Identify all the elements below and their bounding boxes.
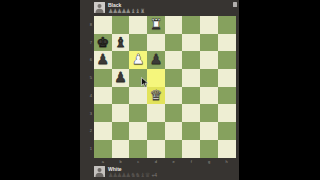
material-advantage: +4	[151, 172, 157, 178]
file-label-f: f	[183, 160, 201, 164]
rank-label-7: 7	[82, 41, 92, 45]
file-label-c: c	[129, 160, 147, 164]
square-d1[interactable]	[147, 140, 165, 158]
square-h7[interactable]	[218, 34, 236, 52]
square-d2[interactable]	[147, 122, 165, 140]
square-g6[interactable]	[200, 51, 218, 69]
piece-black-pawn[interactable]: ♟	[150, 51, 163, 69]
square-d4[interactable]: ♛	[147, 87, 165, 105]
square-d5[interactable]	[147, 69, 165, 87]
square-h2[interactable]	[218, 122, 236, 140]
square-h8[interactable]	[218, 16, 236, 34]
rank-label-5: 5	[82, 76, 92, 80]
square-g5[interactable]	[200, 69, 218, 87]
square-b7[interactable]: ♝	[112, 34, 130, 52]
rank-label-4: 4	[82, 94, 92, 98]
piece-black-pawn[interactable]: ♟	[114, 69, 127, 87]
square-e6[interactable]	[165, 51, 183, 69]
left-letterbox-bar	[0, 0, 80, 180]
square-b5[interactable]: ♟	[112, 69, 130, 87]
square-c3[interactable]	[129, 104, 147, 122]
square-b2[interactable]	[112, 122, 130, 140]
white-player-avatar[interactable]	[94, 166, 105, 177]
square-b8[interactable]	[112, 16, 130, 34]
square-h3[interactable]	[218, 104, 236, 122]
square-e5[interactable]	[165, 69, 183, 87]
square-f2[interactable]	[182, 122, 200, 140]
rank-label-3: 3	[82, 112, 92, 116]
square-f3[interactable]	[182, 104, 200, 122]
square-g7[interactable]	[200, 34, 218, 52]
rank-label-2: 2	[82, 129, 92, 133]
file-label-e: e	[165, 160, 183, 164]
square-e3[interactable]	[165, 104, 183, 122]
square-e7[interactable]	[165, 34, 183, 52]
square-h5[interactable]	[218, 69, 236, 87]
square-a7[interactable]: ♚	[94, 34, 112, 52]
black-captured-pieces: ♟♟♟♟♟ ♝♝ ♜	[108, 8, 144, 14]
piece-black-pawn[interactable]: ♟	[97, 51, 110, 69]
square-a4[interactable]	[94, 87, 112, 105]
square-a8[interactable]	[94, 16, 112, 34]
piece-black-bishop[interactable]: ♝	[114, 34, 127, 52]
piece-white-queen[interactable]: ♛	[150, 87, 163, 105]
file-label-b: b	[112, 160, 130, 164]
file-label-a: a	[94, 160, 112, 164]
video-frame: Black ♟♟♟♟♟ ♝♝ ♜ 87654321 ♜♚♝♟♟♟♟♛ abcde…	[0, 0, 320, 180]
chess-board[interactable]: ♜♚♝♟♟♟♟♛	[94, 16, 236, 158]
white-captured-pieces: ♟♟♟♟♟ ♞♞ ♝ ♛+4	[108, 172, 157, 178]
square-f5[interactable]	[182, 69, 200, 87]
square-g1[interactable]	[200, 140, 218, 158]
chess-app-content: Black ♟♟♟♟♟ ♝♝ ♜ 87654321 ♜♚♝♟♟♟♟♛ abcde…	[80, 0, 239, 180]
square-d7[interactable]	[147, 34, 165, 52]
square-e2[interactable]	[165, 122, 183, 140]
rank-label-6: 6	[82, 58, 92, 62]
square-h1[interactable]	[218, 140, 236, 158]
square-e4[interactable]	[165, 87, 183, 105]
mouse-cursor-icon	[141, 77, 149, 88]
square-d3[interactable]	[147, 104, 165, 122]
square-f1[interactable]	[182, 140, 200, 158]
square-f8[interactable]	[182, 16, 200, 34]
square-a3[interactable]	[94, 104, 112, 122]
square-b4[interactable]	[112, 87, 130, 105]
square-a1[interactable]	[94, 140, 112, 158]
square-g4[interactable]	[200, 87, 218, 105]
piece-black-king[interactable]: ♚	[97, 34, 110, 52]
square-d6[interactable]: ♟	[147, 51, 165, 69]
corner-icon[interactable]	[233, 2, 237, 7]
square-f6[interactable]	[182, 51, 200, 69]
square-b1[interactable]	[112, 140, 130, 158]
square-c4[interactable]	[129, 87, 147, 105]
piece-white-pawn[interactable]: ♟	[132, 51, 145, 69]
file-label-h: h	[218, 160, 236, 164]
square-c8[interactable]	[129, 16, 147, 34]
square-e8[interactable]	[165, 16, 183, 34]
piece-white-rook[interactable]: ♜	[150, 16, 163, 34]
square-a5[interactable]	[94, 69, 112, 87]
square-a2[interactable]	[94, 122, 112, 140]
file-label-d: d	[147, 160, 165, 164]
square-c6[interactable]: ♟	[129, 51, 147, 69]
square-b6[interactable]	[112, 51, 130, 69]
square-c1[interactable]	[129, 140, 147, 158]
square-g3[interactable]	[200, 104, 218, 122]
right-letterbox-bar	[239, 0, 320, 180]
black-player-avatar[interactable]	[94, 2, 105, 13]
square-d8[interactable]: ♜	[147, 16, 165, 34]
square-h6[interactable]	[218, 51, 236, 69]
square-e1[interactable]	[165, 140, 183, 158]
rank-label-1: 1	[82, 147, 92, 151]
square-f7[interactable]	[182, 34, 200, 52]
square-b3[interactable]	[112, 104, 130, 122]
file-label-g: g	[200, 160, 218, 164]
square-h4[interactable]	[218, 87, 236, 105]
square-g2[interactable]	[200, 122, 218, 140]
square-c2[interactable]	[129, 122, 147, 140]
square-g8[interactable]	[200, 16, 218, 34]
square-a6[interactable]: ♟	[94, 51, 112, 69]
square-f4[interactable]	[182, 87, 200, 105]
rank-label-8: 8	[82, 23, 92, 27]
square-c7[interactable]	[129, 34, 147, 52]
